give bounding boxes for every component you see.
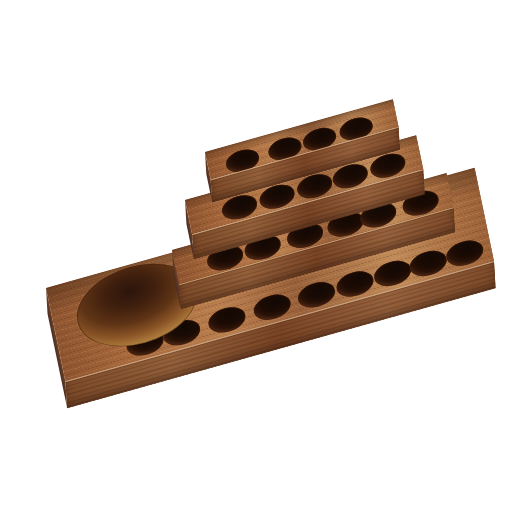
pit	[368, 150, 407, 182]
store-recess	[70, 250, 205, 359]
base-top-surface	[46, 168, 494, 381]
pit	[204, 242, 244, 275]
pit	[301, 124, 338, 154]
tier-2-top-surface	[172, 173, 454, 284]
tier-3-rack	[0, 0, 510, 510]
tier-4-left-end	[205, 152, 212, 201]
pit	[331, 160, 370, 192]
pit	[325, 208, 365, 241]
pit	[257, 181, 296, 213]
tier-4-right-end	[393, 99, 400, 149]
tier-3-right-end	[416, 135, 425, 194]
pit	[284, 219, 324, 252]
tier-4-top-surface	[205, 99, 399, 179]
pit	[372, 257, 413, 290]
pit	[124, 326, 165, 359]
base-board	[0, 0, 510, 510]
pit	[266, 134, 303, 164]
pit	[444, 237, 485, 270]
tier-4-rack	[0, 0, 510, 510]
pit	[220, 191, 259, 223]
pit	[224, 146, 261, 176]
tier-2-left-end	[172, 250, 181, 308]
pit	[161, 316, 202, 349]
tier-3-left-end	[185, 200, 194, 258]
pit	[251, 291, 292, 324]
board-photo	[0, 0, 510, 510]
pit	[400, 187, 440, 220]
pit	[334, 267, 375, 300]
tier-3-top-surface	[185, 135, 423, 234]
pit	[296, 278, 337, 311]
tier-3-front-face	[192, 169, 425, 259]
tier-2-right-end	[446, 173, 455, 232]
pit	[295, 170, 334, 202]
tier-4-front-face	[211, 127, 400, 203]
base-front-face	[65, 261, 495, 408]
tier-2-front-face	[179, 207, 455, 309]
base-left-end	[46, 288, 67, 407]
tier-2-rack	[0, 0, 510, 510]
pit	[242, 231, 282, 264]
pit	[338, 114, 375, 144]
pit	[206, 303, 247, 336]
base-right-end	[475, 168, 496, 288]
pit	[407, 247, 448, 280]
pit	[358, 199, 398, 232]
